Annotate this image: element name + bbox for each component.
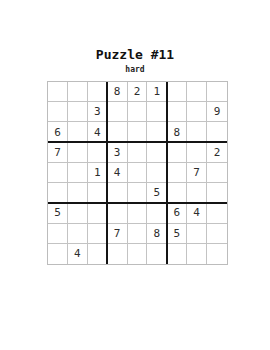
cell-r9c1 xyxy=(48,244,68,264)
cell-r5c7 xyxy=(167,163,187,183)
cell-r3c2 xyxy=(68,122,88,142)
cell-r9c8 xyxy=(187,244,207,264)
cell-r3c1: 6 xyxy=(48,122,68,142)
box-divider-vertical-1 xyxy=(106,82,108,264)
cell-r4c3 xyxy=(88,143,108,163)
cell-r2c3: 3 xyxy=(88,102,108,122)
cell-r1c2 xyxy=(68,82,88,102)
cell-r2c6 xyxy=(147,102,167,122)
cell-r7c7: 6 xyxy=(167,203,187,223)
cell-r1c7 xyxy=(167,82,187,102)
cell-r4c7 xyxy=(167,143,187,163)
cell-r8c9 xyxy=(207,224,227,244)
cell-r5c4: 4 xyxy=(108,163,128,183)
cell-r4c6 xyxy=(147,143,167,163)
cell-r8c8 xyxy=(187,224,207,244)
cell-r8c3 xyxy=(88,224,108,244)
cell-r6c6: 5 xyxy=(147,183,167,203)
cell-r1c5: 2 xyxy=(128,82,148,102)
cell-r9c9 xyxy=(207,244,227,264)
cell-r6c4 xyxy=(108,183,128,203)
cell-r8c6: 8 xyxy=(147,224,167,244)
cell-r4c4: 3 xyxy=(108,143,128,163)
cell-r1c6: 1 xyxy=(147,82,167,102)
cell-r3c8 xyxy=(187,122,207,142)
cell-r1c4: 8 xyxy=(108,82,128,102)
cell-r3c7: 8 xyxy=(167,122,187,142)
cell-r9c6 xyxy=(147,244,167,264)
cell-r1c1 xyxy=(48,82,68,102)
cell-r3c4 xyxy=(108,122,128,142)
cell-r9c2: 4 xyxy=(68,244,88,264)
cell-r6c8 xyxy=(187,183,207,203)
cell-r7c9 xyxy=(207,203,227,223)
sudoku-grid: 8213964873214755647854 xyxy=(48,82,227,264)
cell-r2c8 xyxy=(187,102,207,122)
cell-r8c2 xyxy=(68,224,88,244)
cell-r1c3 xyxy=(88,82,108,102)
cell-r1c9 xyxy=(207,82,227,102)
cell-r5c9 xyxy=(207,163,227,183)
cell-r2c4 xyxy=(108,102,128,122)
cell-r6c1 xyxy=(48,183,68,203)
cell-r3c5 xyxy=(128,122,148,142)
cell-r7c8: 4 xyxy=(187,203,207,223)
puzzle-title: Puzzle #11 xyxy=(0,47,270,62)
cell-r2c9: 9 xyxy=(207,102,227,122)
cell-r8c7: 5 xyxy=(167,224,187,244)
cell-r3c9 xyxy=(207,122,227,142)
cell-r5c2 xyxy=(68,163,88,183)
cell-r1c8 xyxy=(187,82,207,102)
cell-r8c5 xyxy=(128,224,148,244)
cell-r6c5 xyxy=(128,183,148,203)
cell-r9c7 xyxy=(167,244,187,264)
cell-r3c3: 4 xyxy=(88,122,108,142)
cell-r3c6 xyxy=(147,122,167,142)
cell-r8c1 xyxy=(48,224,68,244)
cell-r4c8 xyxy=(187,143,207,163)
cell-r7c5 xyxy=(128,203,148,223)
cell-r2c1 xyxy=(48,102,68,122)
cell-r5c5 xyxy=(128,163,148,183)
cell-r6c2 xyxy=(68,183,88,203)
cell-r5c3: 1 xyxy=(88,163,108,183)
cell-r4c5 xyxy=(128,143,148,163)
cell-r9c4 xyxy=(108,244,128,264)
box-divider-horizontal-1 xyxy=(48,141,227,143)
cell-r2c2 xyxy=(68,102,88,122)
cell-r7c1: 5 xyxy=(48,203,68,223)
box-divider-vertical-2 xyxy=(166,82,168,264)
cell-r2c7 xyxy=(167,102,187,122)
cell-r9c3 xyxy=(88,244,108,264)
cell-r4c2 xyxy=(68,143,88,163)
cell-r6c9 xyxy=(207,183,227,203)
puzzle-difficulty: hard xyxy=(0,65,270,74)
cell-r6c7 xyxy=(167,183,187,203)
cell-r2c5 xyxy=(128,102,148,122)
cell-r4c9: 2 xyxy=(207,143,227,163)
cell-r6c3 xyxy=(88,183,108,203)
cell-r5c1 xyxy=(48,163,68,183)
cell-r8c4: 7 xyxy=(108,224,128,244)
sudoku-board: 8213964873214755647854 xyxy=(47,81,228,265)
cell-r7c2 xyxy=(68,203,88,223)
cell-r7c3 xyxy=(88,203,108,223)
cell-r9c5 xyxy=(128,244,148,264)
cell-r7c4 xyxy=(108,203,128,223)
cell-r4c1: 7 xyxy=(48,143,68,163)
cell-r7c6 xyxy=(147,203,167,223)
box-divider-horizontal-2 xyxy=(48,202,227,204)
cell-r5c8: 7 xyxy=(187,163,207,183)
cell-r5c6 xyxy=(147,163,167,183)
